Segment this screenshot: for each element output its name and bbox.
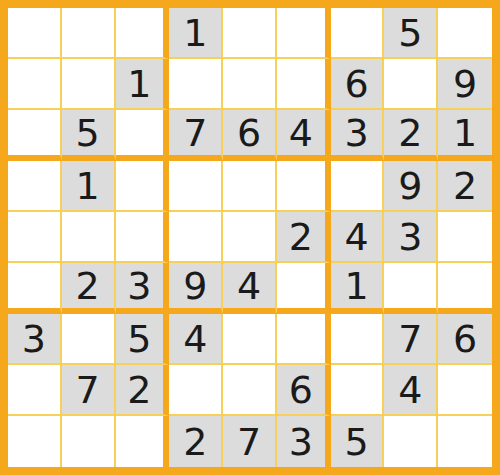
cell-r2c8[interactable] <box>384 59 438 110</box>
cell-r3c2[interactable]: 5 <box>62 110 116 161</box>
cell-r5c8[interactable]: 3 <box>384 212 438 263</box>
cell-r6c8[interactable] <box>384 263 438 314</box>
cell-r7c6[interactable] <box>277 314 331 365</box>
cell-r1c7[interactable] <box>331 8 385 59</box>
cell-r1c3[interactable] <box>116 8 170 59</box>
cell-r9c5[interactable]: 7 <box>223 416 277 467</box>
cell-r1c8[interactable]: 5 <box>384 8 438 59</box>
cell-r3c5[interactable]: 6 <box>223 110 277 161</box>
cell-r2c6[interactable] <box>277 59 331 110</box>
cell-r7c4[interactable]: 4 <box>169 314 223 365</box>
cell-r6c3[interactable]: 3 <box>116 263 170 314</box>
cell-r1c1[interactable] <box>8 8 62 59</box>
cell-r9c6[interactable]: 3 <box>277 416 331 467</box>
cell-r8c1[interactable] <box>8 365 62 416</box>
cell-r4c3[interactable] <box>116 161 170 212</box>
cell-r1c2[interactable] <box>62 8 116 59</box>
cell-r4c1[interactable] <box>8 161 62 212</box>
cell-r9c9[interactable] <box>438 416 492 467</box>
sudoku-puzzle: 151695764321192243239413547672642735 <box>0 0 500 475</box>
cell-r3c3[interactable] <box>116 110 170 161</box>
cell-r7c5[interactable] <box>223 314 277 365</box>
cell-r4c8[interactable]: 9 <box>384 161 438 212</box>
cell-r6c1[interactable] <box>8 263 62 314</box>
cell-r5c1[interactable] <box>8 212 62 263</box>
cell-r3c1[interactable] <box>8 110 62 161</box>
cell-r9c1[interactable] <box>8 416 62 467</box>
sudoku-board: 151695764321192243239413547672642735 <box>0 0 500 475</box>
cell-r1c5[interactable] <box>223 8 277 59</box>
cell-r7c9[interactable]: 6 <box>438 314 492 365</box>
cell-r8c5[interactable] <box>223 365 277 416</box>
cell-r7c3[interactable]: 5 <box>116 314 170 365</box>
cell-r4c9[interactable]: 2 <box>438 161 492 212</box>
cell-r5c5[interactable] <box>223 212 277 263</box>
cell-r6c6[interactable] <box>277 263 331 314</box>
cell-r3c8[interactable]: 2 <box>384 110 438 161</box>
cell-r5c4[interactable] <box>169 212 223 263</box>
cell-r5c6[interactable]: 2 <box>277 212 331 263</box>
cell-r3c7[interactable]: 3 <box>331 110 385 161</box>
cell-r5c9[interactable] <box>438 212 492 263</box>
cell-r8c4[interactable] <box>169 365 223 416</box>
cell-r3c6[interactable]: 4 <box>277 110 331 161</box>
cell-r2c2[interactable] <box>62 59 116 110</box>
cell-r5c7[interactable]: 4 <box>331 212 385 263</box>
cell-r8c9[interactable] <box>438 365 492 416</box>
cell-r2c3[interactable]: 1 <box>116 59 170 110</box>
cell-r4c2[interactable]: 1 <box>62 161 116 212</box>
cell-r9c2[interactable] <box>62 416 116 467</box>
cell-r8c2[interactable]: 7 <box>62 365 116 416</box>
cell-r7c7[interactable] <box>331 314 385 365</box>
cell-r5c3[interactable] <box>116 212 170 263</box>
cell-r6c7[interactable]: 1 <box>331 263 385 314</box>
cell-r7c1[interactable]: 3 <box>8 314 62 365</box>
cell-r7c2[interactable] <box>62 314 116 365</box>
cell-r9c4[interactable]: 2 <box>169 416 223 467</box>
cell-r8c7[interactable] <box>331 365 385 416</box>
cell-r2c7[interactable]: 6 <box>331 59 385 110</box>
cell-r4c6[interactable] <box>277 161 331 212</box>
cell-r1c6[interactable] <box>277 8 331 59</box>
cell-r3c4[interactable]: 7 <box>169 110 223 161</box>
cell-r6c5[interactable]: 4 <box>223 263 277 314</box>
cell-r8c6[interactable]: 6 <box>277 365 331 416</box>
cell-r2c9[interactable]: 9 <box>438 59 492 110</box>
cell-r8c3[interactable]: 2 <box>116 365 170 416</box>
cell-r1c9[interactable] <box>438 8 492 59</box>
cell-r4c7[interactable] <box>331 161 385 212</box>
cell-r1c4[interactable]: 1 <box>169 8 223 59</box>
cell-r2c1[interactable] <box>8 59 62 110</box>
cell-r6c9[interactable] <box>438 263 492 314</box>
cell-r9c3[interactable] <box>116 416 170 467</box>
cell-r8c8[interactable]: 4 <box>384 365 438 416</box>
cell-r9c8[interactable] <box>384 416 438 467</box>
cell-r4c4[interactable] <box>169 161 223 212</box>
cell-r9c7[interactable]: 5 <box>331 416 385 467</box>
cell-r5c2[interactable] <box>62 212 116 263</box>
cell-r4c5[interactable] <box>223 161 277 212</box>
cell-r3c9[interactable]: 1 <box>438 110 492 161</box>
cell-r7c8[interactable]: 7 <box>384 314 438 365</box>
cell-r2c4[interactable] <box>169 59 223 110</box>
cell-r6c2[interactable]: 2 <box>62 263 116 314</box>
cell-r6c4[interactable]: 9 <box>169 263 223 314</box>
cell-r2c5[interactable] <box>223 59 277 110</box>
